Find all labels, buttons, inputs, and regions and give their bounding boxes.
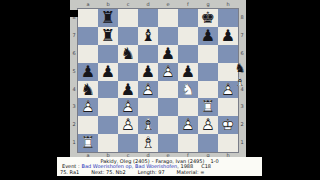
- square-a8[interactable]: [78, 9, 98, 27]
- square-g1[interactable]: [198, 134, 218, 152]
- square-b6[interactable]: [98, 45, 118, 63]
- black-knight: ♞: [78, 81, 98, 99]
- rank-labels-left: 87654321: [70, 9, 78, 152]
- rank-label-1: 1: [70, 134, 78, 152]
- square-f6[interactable]: [178, 45, 198, 63]
- game-result: 1-0: [210, 158, 218, 164]
- square-c4[interactable]: ♟: [118, 81, 138, 99]
- game-length: Length: 97: [138, 170, 165, 176]
- video-frame: abcdefgh ♜♚♜♝♟♟♞♟♟♟♟♟♙♟♞♟♟♙♞♘♟♙♟♙♟♙♜♖♟♙♝…: [0, 0, 320, 180]
- rank-label-2: 2: [238, 116, 246, 134]
- square-g6[interactable]: [198, 45, 218, 63]
- square-b4[interactable]: [98, 81, 118, 99]
- black-pawn: ♟: [198, 27, 218, 45]
- square-c2[interactable]: ♟♙: [118, 116, 138, 134]
- square-e1[interactable]: [158, 134, 178, 152]
- white-pawn: ♟♙: [158, 63, 178, 81]
- square-c1[interactable]: [118, 134, 138, 152]
- black-pawn: ♟: [118, 81, 138, 99]
- square-h1[interactable]: [218, 134, 238, 152]
- black-pawn: ♟: [218, 27, 238, 45]
- square-d7[interactable]: ♝: [138, 27, 158, 45]
- square-f4[interactable]: ♞♘: [178, 81, 198, 99]
- square-a5[interactable]: ♟: [78, 63, 98, 81]
- square-d5[interactable]: ♟: [138, 63, 158, 81]
- black-to-move-indicator: [70, 10, 78, 17]
- rank-label-3: 3: [70, 98, 78, 116]
- white-bishop-icon: ♝♗: [234, 76, 246, 90]
- square-h3[interactable]: [218, 98, 238, 116]
- game-info-panel: Pakidy, Oleg (2405)-Farago, Ivan (2495)1…: [57, 157, 262, 176]
- square-b2[interactable]: [98, 116, 118, 134]
- rank-label-6: 6: [238, 45, 246, 63]
- square-h6[interactable]: [218, 45, 238, 63]
- square-f8[interactable]: [178, 9, 198, 27]
- square-h7[interactable]: ♟: [218, 27, 238, 45]
- square-b5[interactable]: ♟: [98, 63, 118, 81]
- status-line: 75. Ra1 Next: 75. Nb2 Length: 97 Materia…: [57, 170, 262, 176]
- square-c8[interactable]: [118, 9, 138, 27]
- black-pawn: ♟: [138, 63, 158, 81]
- square-b8[interactable]: ♜: [98, 9, 118, 27]
- square-h8[interactable]: [218, 9, 238, 27]
- square-d8[interactable]: [138, 9, 158, 27]
- square-a7[interactable]: [78, 27, 98, 45]
- square-g7[interactable]: ♟: [198, 27, 218, 45]
- square-e7[interactable]: [158, 27, 178, 45]
- black-pawn: ♟: [78, 63, 98, 81]
- black-pawn: ♟: [98, 63, 118, 81]
- rank-label-7: 7: [70, 27, 78, 45]
- current-move: 75. Ra1: [60, 170, 79, 176]
- white-pawn: ♟♙: [178, 116, 198, 134]
- square-e5[interactable]: ♟♙: [158, 63, 178, 81]
- material-tray: ♞♝♗: [234, 62, 246, 89]
- square-b1[interactable]: [98, 134, 118, 152]
- file-label-f: f: [178, 0, 198, 9]
- next-move: Next: 75. Nb2: [91, 170, 126, 176]
- black-pawn: ♟: [158, 45, 178, 63]
- rank-label-3: 3: [238, 98, 246, 116]
- white-bishop: ♝♗: [138, 116, 158, 134]
- square-g5[interactable]: [198, 63, 218, 81]
- rank-label-7: 7: [238, 27, 246, 45]
- square-d2[interactable]: ♝♗: [138, 116, 158, 134]
- rank-label-1: 1: [238, 134, 246, 152]
- square-f3[interactable]: [178, 98, 198, 116]
- square-a4[interactable]: ♞: [78, 81, 98, 99]
- black-pawn: ♟: [178, 63, 198, 81]
- square-a1[interactable]: ♜♖: [78, 134, 98, 152]
- rank-label-5: 5: [70, 63, 78, 81]
- file-label-e: e: [158, 0, 178, 9]
- square-c3[interactable]: ♟♙: [118, 98, 138, 116]
- file-label-h: h: [218, 0, 238, 9]
- white-king: ♚♔: [218, 116, 238, 134]
- square-b7[interactable]: ♜: [98, 27, 118, 45]
- white-pawn: ♟♙: [78, 98, 98, 116]
- square-c7[interactable]: [118, 27, 138, 45]
- square-d1[interactable]: ♝♗: [138, 134, 158, 152]
- square-g2[interactable]: ♟♙: [198, 116, 218, 134]
- file-label-c: c: [118, 0, 138, 9]
- black-bishop: ♝: [138, 27, 158, 45]
- file-label-a: a: [78, 0, 98, 9]
- white-rook: ♜♖: [78, 134, 98, 152]
- white-bishop: ♝♗: [138, 134, 158, 152]
- square-g4[interactable]: [198, 81, 218, 99]
- square-f7[interactable]: [178, 27, 198, 45]
- white-pawn: ♟♙: [118, 98, 138, 116]
- square-e3[interactable]: [158, 98, 178, 116]
- square-b3[interactable]: [98, 98, 118, 116]
- white-rook: ♜♖: [198, 98, 218, 116]
- black-rook: ♜: [98, 27, 118, 45]
- white-pawn: ♟♙: [198, 116, 218, 134]
- rank-label-4: 4: [70, 81, 78, 99]
- square-d3[interactable]: [138, 98, 158, 116]
- black-knight: ♞: [118, 45, 138, 63]
- square-a3[interactable]: ♟♙: [78, 98, 98, 116]
- white-knight: ♞♘: [178, 81, 198, 99]
- square-f5[interactable]: ♟: [178, 63, 198, 81]
- rank-label-6: 6: [70, 45, 78, 63]
- black-king: ♚: [198, 9, 218, 27]
- square-f2[interactable]: ♟♙: [178, 116, 198, 134]
- square-h2[interactable]: ♚♔: [218, 116, 238, 134]
- file-label-d: d: [138, 0, 158, 9]
- rank-label-2: 2: [70, 116, 78, 134]
- square-d4[interactable]: ♟♙: [138, 81, 158, 99]
- square-g3[interactable]: ♜♖: [198, 98, 218, 116]
- black-knight-icon: ♞: [234, 62, 246, 76]
- square-d6[interactable]: [138, 45, 158, 63]
- white-pawn: ♟♙: [118, 116, 138, 134]
- square-e2[interactable]: [158, 116, 178, 134]
- square-c6[interactable]: ♞: [118, 45, 138, 63]
- square-g8[interactable]: ♚: [198, 9, 218, 27]
- chess-board: ♜♚♜♝♟♟♞♟♟♟♟♟♙♟♞♟♟♙♞♘♟♙♟♙♟♙♜♖♟♙♝♗♟♙♟♙♚♔♜♖…: [78, 9, 238, 152]
- white-pawn: ♟♙: [138, 81, 158, 99]
- square-e8[interactable]: [158, 9, 178, 27]
- black-rook: ♜: [98, 9, 118, 27]
- square-e4[interactable]: [158, 81, 178, 99]
- square-a2[interactable]: [78, 116, 98, 134]
- material-status: Material: =: [177, 170, 205, 176]
- square-a6[interactable]: [78, 45, 98, 63]
- square-f1[interactable]: [178, 134, 198, 152]
- square-c5[interactable]: [118, 63, 138, 81]
- square-e6[interactable]: ♟: [158, 45, 178, 63]
- rank-label-8: 8: [238, 9, 246, 27]
